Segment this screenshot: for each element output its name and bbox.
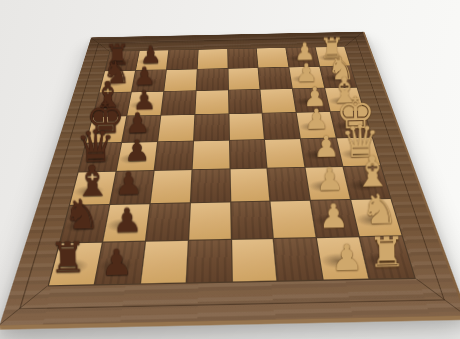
piece-wR[interactable]: ♜ — [367, 231, 405, 274]
piece-bP[interactable]: ♟ — [101, 245, 134, 281]
square-r5c4[interactable] — [230, 169, 270, 202]
square-r7c5[interactable] — [274, 238, 322, 280]
piece-wP[interactable]: ♟ — [318, 200, 348, 234]
square-r0c3[interactable] — [197, 49, 227, 69]
square-r7c3[interactable] — [186, 240, 231, 282]
square-r3c3[interactable] — [194, 114, 229, 140]
square-r4c3[interactable] — [192, 140, 229, 169]
frame-miter-seam-bottom-left — [0, 286, 47, 326]
square-r2c4[interactable] — [228, 90, 261, 114]
square-r4c5[interactable] — [265, 139, 304, 168]
square-r7c4[interactable] — [231, 239, 276, 281]
square-r7c7[interactable]: ♜ — [360, 237, 414, 279]
piece-bR[interactable]: ♜ — [49, 236, 87, 279]
square-r7c6[interactable]: ♟ — [317, 237, 368, 279]
square-r2c2[interactable] — [161, 91, 195, 115]
square-r4c4[interactable] — [229, 140, 266, 169]
frame-miter-seam-top-right — [345, 31, 364, 46]
square-r7c2[interactable] — [141, 241, 188, 283]
square-r3c5[interactable] — [263, 112, 300, 138]
piece-wP[interactable]: ♟ — [313, 133, 340, 163]
photo-scene: ♜♟♟♜♞♟♟♞♝♟♟♝♚♟♟♚♛♟♟♛♝♟♟♝♞♟♟♞♜♟♟♜ — [0, 0, 460, 339]
piece-bP[interactable]: ♟ — [124, 137, 151, 167]
square-r2c3[interactable] — [195, 90, 228, 114]
piece-bP[interactable]: ♟ — [115, 169, 144, 201]
square-r0c5[interactable] — [257, 48, 289, 68]
piece-bN[interactable]: ♞ — [63, 194, 101, 236]
square-r2c5[interactable] — [261, 89, 296, 113]
square-r5c6[interactable]: ♟ — [306, 167, 350, 200]
square-r6c1[interactable]: ♟ — [103, 204, 149, 241]
piece-wP[interactable]: ♟ — [315, 164, 344, 196]
square-r7c0[interactable]: ♜ — [49, 243, 102, 286]
square-r3c4[interactable] — [229, 113, 264, 139]
square-r5c5[interactable] — [268, 168, 310, 201]
frame-miter-seam-bottom-right — [416, 278, 460, 316]
square-r0c2[interactable] — [167, 50, 198, 70]
square-r5c1[interactable]: ♟ — [110, 171, 153, 204]
square-r4c2[interactable] — [154, 141, 192, 170]
square-r1c2[interactable] — [164, 69, 196, 91]
square-r6c5[interactable] — [271, 201, 316, 238]
square-r0c4[interactable] — [228, 49, 258, 69]
square-r6c2[interactable] — [146, 204, 190, 241]
square-r7c1[interactable]: ♟ — [95, 242, 145, 284]
square-r1c3[interactable] — [196, 69, 227, 91]
square-r6c3[interactable] — [189, 203, 231, 240]
square-r5c2[interactable] — [150, 170, 191, 203]
piece-wP[interactable]: ♟ — [330, 241, 363, 277]
square-r5c3[interactable] — [191, 170, 230, 203]
square-r1c4[interactable] — [228, 68, 260, 89]
piece-wN[interactable]: ♞ — [360, 189, 398, 231]
square-r1c5[interactable] — [259, 67, 292, 88]
board-grid: ♜♟♟♜♞♟♟♞♝♟♟♝♚♟♟♚♛♟♟♛♝♟♟♝♞♟♟♞♜♟♟♜ — [47, 46, 416, 286]
square-r6c4[interactable] — [231, 202, 273, 239]
square-r3c2[interactable] — [158, 115, 194, 141]
piece-bP[interactable]: ♟ — [112, 204, 142, 238]
chess-board: ♜♟♟♜♞♟♟♞♝♟♟♝♚♟♟♚♛♟♟♛♝♟♟♝♞♟♟♞♜♟♟♜ — [0, 32, 460, 330]
square-r6c6[interactable]: ♟ — [311, 200, 358, 237]
